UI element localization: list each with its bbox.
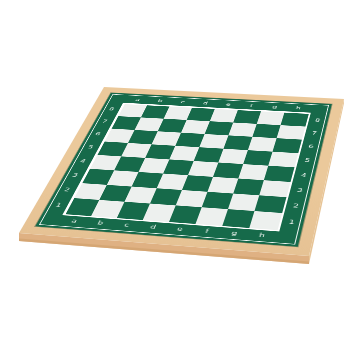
square-h3 xyxy=(260,180,291,197)
square-h4 xyxy=(264,166,294,182)
file-label-c: c xyxy=(112,220,142,230)
rank-label-5: 5 xyxy=(299,153,315,168)
file-label-g: g xyxy=(219,228,249,238)
square-h7 xyxy=(277,125,305,139)
grid-outline xyxy=(62,103,311,232)
square-h2 xyxy=(255,195,286,213)
rank-label-7: 7 xyxy=(306,126,322,140)
file-label-d: d xyxy=(138,222,168,232)
rank-label-6: 6 xyxy=(303,140,319,154)
board-grid xyxy=(65,104,308,230)
file-label-f: f xyxy=(192,226,222,236)
file-label-e: e xyxy=(165,224,195,234)
file-label-h: h xyxy=(247,230,277,240)
rank-label-8: 8 xyxy=(310,114,325,127)
rank-label-4: 4 xyxy=(295,168,312,184)
square-h1 xyxy=(250,211,282,230)
file-label-b: b xyxy=(85,218,115,228)
rank-label-3: 3 xyxy=(291,182,308,198)
rank-label-1: 1 xyxy=(283,214,301,232)
file-label-a: a xyxy=(59,216,89,225)
square-h5 xyxy=(269,152,298,168)
product-photo-chessboard: abcdefgh abcdefgh 87654321 87654321 xyxy=(0,0,360,360)
square-h6 xyxy=(273,138,302,153)
rank-label-2: 2 xyxy=(287,198,304,215)
